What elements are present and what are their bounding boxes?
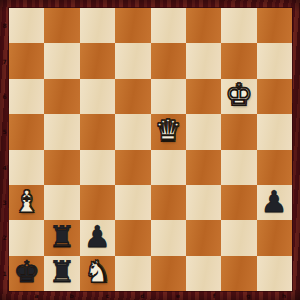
square-g1[interactable] [221,256,256,291]
square-h4[interactable] [257,150,292,185]
square-f1[interactable] [186,256,221,291]
square-h8[interactable] [257,8,292,43]
square-f4[interactable] [186,150,221,185]
square-g5[interactable] [221,114,256,149]
square-e5[interactable]: ♛ [151,114,186,149]
square-f3[interactable] [186,185,221,220]
rank-label-1: 1 [0,256,9,291]
square-a1[interactable]: ♚ [9,256,44,291]
black-pawn: ♟ [84,222,111,252]
square-e1[interactable] [151,256,186,291]
square-e3[interactable] [151,185,186,220]
black-king: ♚ [13,257,40,287]
square-d5[interactable] [115,114,150,149]
square-a7[interactable] [9,43,44,78]
square-c2[interactable]: ♟ [80,220,115,255]
square-d4[interactable] [115,150,150,185]
square-g4[interactable] [221,150,256,185]
rank-label-8: 8 [0,8,9,43]
square-c4[interactable] [80,150,115,185]
square-g7[interactable] [221,43,256,78]
square-b8[interactable] [44,8,79,43]
square-f6[interactable] [186,79,221,114]
file-label-f: f [186,291,221,300]
square-a3[interactable]: ♝ [9,185,44,220]
square-d8[interactable] [115,8,150,43]
file-label-g: g [221,291,256,300]
square-d6[interactable] [115,79,150,114]
square-b4[interactable] [44,150,79,185]
chessboard: 87654321 abcdefgh ♚♛♝♟♜♟♚♜♞ [0,0,300,300]
square-d1[interactable] [115,256,150,291]
square-g3[interactable] [221,185,256,220]
square-f8[interactable] [186,8,221,43]
square-e7[interactable] [151,43,186,78]
square-c1[interactable]: ♞ [80,256,115,291]
square-g8[interactable] [221,8,256,43]
square-f5[interactable] [186,114,221,149]
white-knight: ♞ [84,257,111,287]
file-label-a: a [9,291,44,300]
rank-label-3: 3 [0,185,9,220]
square-a4[interactable] [9,150,44,185]
square-b2[interactable]: ♜ [44,220,79,255]
rank-label-5: 5 [0,114,9,149]
square-f7[interactable] [186,43,221,78]
square-e4[interactable] [151,150,186,185]
white-bishop: ♝ [13,187,40,217]
square-h3[interactable]: ♟ [257,185,292,220]
file-labels: abcdefgh [9,291,292,300]
square-a8[interactable] [9,8,44,43]
file-label-b: b [44,291,79,300]
rank-label-7: 7 [0,43,9,78]
rank-label-6: 6 [0,79,9,114]
file-label-e: e [151,291,186,300]
rank-labels: 87654321 [0,8,9,291]
white-king: ♚ [225,80,252,110]
square-c7[interactable] [80,43,115,78]
black-rook: ♜ [49,222,76,252]
square-b6[interactable] [44,79,79,114]
square-h7[interactable] [257,43,292,78]
square-c8[interactable] [80,8,115,43]
square-b1[interactable]: ♜ [44,256,79,291]
square-c6[interactable] [80,79,115,114]
file-label-d: d [115,291,150,300]
square-h5[interactable] [257,114,292,149]
white-queen: ♛ [155,116,182,146]
board-grid: ♚♛♝♟♜♟♚♜♞ [9,8,292,291]
file-label-h: h [257,291,292,300]
rank-label-2: 2 [0,220,9,255]
square-f2[interactable] [186,220,221,255]
square-h1[interactable] [257,256,292,291]
square-e8[interactable] [151,8,186,43]
square-g2[interactable] [221,220,256,255]
square-d2[interactable] [115,220,150,255]
square-e2[interactable] [151,220,186,255]
file-label-c: c [80,291,115,300]
square-g6[interactable]: ♚ [221,79,256,114]
square-h2[interactable] [257,220,292,255]
square-a2[interactable] [9,220,44,255]
square-b7[interactable] [44,43,79,78]
square-c3[interactable] [80,185,115,220]
square-h6[interactable] [257,79,292,114]
square-d7[interactable] [115,43,150,78]
black-pawn: ♟ [261,187,288,217]
square-c5[interactable] [80,114,115,149]
rank-label-4: 4 [0,150,9,185]
black-rook: ♜ [49,257,76,287]
square-b3[interactable] [44,185,79,220]
square-a5[interactable] [9,114,44,149]
square-a6[interactable] [9,79,44,114]
square-b5[interactable] [44,114,79,149]
square-e6[interactable] [151,79,186,114]
square-d3[interactable] [115,185,150,220]
